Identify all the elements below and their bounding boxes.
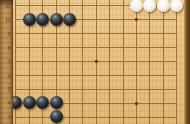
- board-cell-L7[interactable]: [143, 55, 156, 69]
- board-cell-H7[interactable]: [103, 55, 116, 69]
- grid-line-v: [15, 68, 16, 82]
- board-cell-J11[interactable]: [116, 0, 129, 13]
- grid-line-v: [176, 13, 177, 27]
- board-cell-E9[interactable]: [63, 27, 76, 41]
- board-cell-G6[interactable]: [90, 68, 103, 82]
- go-app-screenshot: 11109876543: [0, 0, 190, 124]
- grid-line-v: [123, 82, 124, 96]
- grid-line-v: [29, 0, 30, 13]
- grid-line-v: [149, 82, 150, 96]
- board-cell-C9[interactable]: [36, 27, 49, 41]
- board-cell-L4[interactable]: [143, 96, 156, 110]
- grid-line-h: [16, 5, 23, 6]
- grid-line-v: [29, 82, 30, 96]
- board-cell-K7[interactable]: [130, 55, 143, 69]
- board-cell-K5[interactable]: [130, 82, 143, 96]
- board-cell-B8[interactable]: [23, 41, 36, 55]
- grid-line-v: [176, 96, 177, 110]
- grid-line-v: [82, 110, 83, 124]
- board-cell-G9[interactable]: [90, 27, 103, 41]
- board-cell-F6[interactable]: [76, 68, 89, 82]
- board-cell-D8[interactable]: [49, 41, 62, 55]
- board-cell-J7[interactable]: [116, 55, 129, 69]
- grid-line-h: [16, 33, 23, 34]
- board-cell-L11[interactable]: [143, 0, 156, 13]
- board-cell-H5[interactable]: [103, 82, 116, 96]
- black-stone-E10: [63, 13, 76, 26]
- board-cell-F4[interactable]: [76, 96, 89, 110]
- black-stone-B4: [23, 96, 36, 109]
- board-cell-H3[interactable]: [103, 110, 116, 124]
- board-cell-E4[interactable]: [63, 96, 76, 110]
- board-cell-N8[interactable]: [170, 41, 183, 55]
- board-cell-D10[interactable]: [49, 13, 62, 27]
- grid-line-v: [56, 68, 57, 82]
- row-coordinate-label: 5: [8, 87, 11, 92]
- black-stone-B10: [23, 13, 36, 26]
- board-cell-K4[interactable]: [130, 96, 143, 110]
- black-stone-C10: [36, 13, 49, 26]
- board-cell-M10[interactable]: [157, 13, 170, 27]
- board-cell-C7[interactable]: [36, 55, 49, 69]
- grid-line-v: [176, 41, 177, 55]
- board-cell-N4[interactable]: [170, 96, 183, 110]
- board-cell-H9[interactable]: [103, 27, 116, 41]
- white-stone-N11: [170, 0, 183, 12]
- grid-line-h: [16, 47, 23, 48]
- board-cell-M11[interactable]: [157, 0, 170, 13]
- grid-line-v: [29, 55, 30, 69]
- grid-line-v: [136, 41, 137, 55]
- board-cell-J6[interactable]: [116, 68, 129, 82]
- board-cell-B10[interactable]: [23, 13, 36, 27]
- board-cell-N11[interactable]: [170, 0, 183, 13]
- grid-line-h: [16, 75, 23, 76]
- grid-line-v: [136, 55, 137, 69]
- board-cell-J9[interactable]: [116, 27, 129, 41]
- board-cell-D9[interactable]: [49, 27, 62, 41]
- grid-line-v: [69, 96, 70, 110]
- grid-line-v: [82, 68, 83, 82]
- board-cell-C10[interactable]: [36, 13, 49, 27]
- board-cell-L8[interactable]: [143, 41, 156, 55]
- grid-line-v: [109, 13, 110, 27]
- grid-line-v: [69, 82, 70, 96]
- board-cell-N7[interactable]: [170, 55, 183, 69]
- board-cell-H10[interactable]: [103, 13, 116, 27]
- grid-line-v: [136, 68, 137, 82]
- board-cell-J5[interactable]: [116, 82, 129, 96]
- board-cell-N5[interactable]: [170, 82, 183, 96]
- grid-line-v: [82, 96, 83, 110]
- grid-line-v: [149, 41, 150, 55]
- row-coordinate-label: 4: [8, 101, 11, 106]
- board-cell-L9[interactable]: [143, 27, 156, 41]
- grid-line-v: [15, 13, 16, 27]
- board-right-edge: [184, 0, 190, 124]
- grid-line-v: [15, 41, 16, 55]
- grid-line-v: [56, 55, 57, 69]
- grid-line-v: [163, 27, 164, 41]
- grid-line-v: [149, 55, 150, 69]
- grid-line-v: [96, 27, 97, 41]
- grid-line-v: [15, 55, 16, 69]
- board-cell-N3[interactable]: [170, 110, 183, 124]
- grid-line-v: [29, 68, 30, 82]
- board-cell-E3[interactable]: [63, 110, 76, 124]
- board-cell-D6[interactable]: [49, 68, 62, 82]
- board-cell-D11[interactable]: [49, 0, 62, 13]
- board-cell-C11[interactable]: [36, 0, 49, 13]
- grid-line-v: [69, 41, 70, 55]
- board-cell-N6[interactable]: [170, 68, 183, 82]
- grid-line-v: [56, 27, 57, 41]
- grid-line-v: [29, 27, 30, 41]
- hoshi-dot: [95, 60, 98, 63]
- grid-line-v: [109, 55, 110, 69]
- board-cell-F7[interactable]: [76, 55, 89, 69]
- grid-line-v: [82, 27, 83, 41]
- grid-line-v: [96, 82, 97, 96]
- board-cell-F3[interactable]: [76, 110, 89, 124]
- grid-line-v: [149, 110, 150, 124]
- grid-line-v: [15, 0, 16, 13]
- hoshi-dot: [135, 102, 138, 105]
- grid-line-v: [69, 68, 70, 82]
- board-cell-B3[interactable]: [23, 110, 36, 124]
- board-cell-D5[interactable]: [49, 82, 62, 96]
- grid-line-v: [56, 41, 57, 55]
- board-cell-N10[interactable]: [170, 13, 183, 27]
- board-cell-E10[interactable]: [63, 13, 76, 27]
- board-cell-K9[interactable]: [130, 27, 143, 41]
- board-cell-N9[interactable]: [170, 27, 183, 41]
- row-coordinate-label: 3: [8, 115, 11, 120]
- grid-line-v: [163, 55, 164, 69]
- board-cell-J10[interactable]: [116, 13, 129, 27]
- hoshi-dot: [135, 18, 138, 21]
- grid-line-v: [42, 110, 43, 124]
- grid-line-v: [96, 96, 97, 110]
- board-cell-D4[interactable]: [49, 96, 62, 110]
- grid-line-v: [15, 110, 16, 124]
- board-cell-M3[interactable]: [157, 110, 170, 124]
- row-coordinate-label: 11: [5, 4, 10, 9]
- board-cell-L5[interactable]: [143, 82, 156, 96]
- board-cell-B7[interactable]: [23, 55, 36, 69]
- grid-line-v: [96, 110, 97, 124]
- board-cell-B6[interactable]: [23, 68, 36, 82]
- board-cell-F11[interactable]: [76, 0, 89, 13]
- grid-line-v: [123, 13, 124, 27]
- row-coordinate-label: 6: [8, 73, 11, 78]
- grid-line-v: [123, 96, 124, 110]
- grid-line-v: [69, 0, 70, 13]
- board-cell-G10[interactable]: [90, 13, 103, 27]
- grid-line-v: [123, 110, 124, 124]
- grid-line-v: [56, 82, 57, 96]
- board-cell-J8[interactable]: [116, 41, 129, 55]
- board-cell-B4[interactable]: [23, 96, 36, 110]
- black-stone-D3: [50, 110, 63, 123]
- grid-line-h: [16, 117, 23, 118]
- grid-line-v: [82, 55, 83, 69]
- board-cell-H4[interactable]: [103, 96, 116, 110]
- board-cell-K3[interactable]: [130, 110, 143, 124]
- grid-line-v: [176, 68, 177, 82]
- board-cell-M8[interactable]: [157, 41, 170, 55]
- board-cell-L10[interactable]: [143, 13, 156, 27]
- grid-line-v: [136, 82, 137, 96]
- board-cell-D7[interactable]: [49, 55, 62, 69]
- board-cell-H8[interactable]: [103, 41, 116, 55]
- board-cell-F10[interactable]: [76, 13, 89, 27]
- board-grid: [9, 0, 183, 124]
- board-cell-C8[interactable]: [36, 41, 49, 55]
- grid-line-v: [123, 55, 124, 69]
- board-cell-C3[interactable]: [36, 110, 49, 124]
- grid-line-v: [176, 55, 177, 69]
- board-cell-M5[interactable]: [157, 82, 170, 96]
- board-cell-J3[interactable]: [116, 110, 129, 124]
- board-cell-C6[interactable]: [36, 68, 49, 82]
- black-stone-D4: [50, 96, 63, 109]
- grid-line-v: [109, 82, 110, 96]
- grid-line-v: [163, 41, 164, 55]
- grid-line-v: [109, 41, 110, 55]
- grid-line-v: [69, 27, 70, 41]
- grid-line-h: [16, 61, 23, 62]
- board-cell-M6[interactable]: [157, 68, 170, 82]
- grid-line-v: [82, 41, 83, 55]
- grid-line-v: [96, 68, 97, 82]
- grid-line-v: [82, 82, 83, 96]
- grid-line-v: [15, 82, 16, 96]
- grid-line-v: [42, 0, 43, 13]
- grid-line-v: [123, 0, 124, 13]
- board-cell-G11[interactable]: [90, 0, 103, 13]
- board-cell-L6[interactable]: [143, 68, 156, 82]
- grid-line-v: [176, 110, 177, 124]
- grid-line-v: [56, 0, 57, 13]
- grid-line-v: [176, 82, 177, 96]
- grid-line-v: [163, 96, 164, 110]
- grid-line-v: [163, 13, 164, 27]
- board-cell-G8[interactable]: [90, 41, 103, 55]
- grid-line-v: [163, 68, 164, 82]
- grid-line-v: [136, 110, 137, 124]
- grid-line-v: [42, 82, 43, 96]
- grid-line-v: [82, 0, 83, 13]
- board-cell-E5[interactable]: [63, 82, 76, 96]
- board-cell-D3[interactable]: [49, 110, 62, 124]
- white-stone-M11: [157, 0, 170, 12]
- board-cell-E11[interactable]: [63, 0, 76, 13]
- board-cell-G4[interactable]: [90, 96, 103, 110]
- board-cell-G5[interactable]: [90, 82, 103, 96]
- grid-line-v: [109, 0, 110, 13]
- grid-line-v: [29, 41, 30, 55]
- board-cell-H6[interactable]: [103, 68, 116, 82]
- board-cell-E8[interactable]: [63, 41, 76, 55]
- board-cell-H11[interactable]: [103, 0, 116, 13]
- board-cell-K8[interactable]: [130, 41, 143, 55]
- grid-line-v: [149, 96, 150, 110]
- grid-line-v: [29, 110, 30, 124]
- board-cell-B9[interactable]: [23, 27, 36, 41]
- grid-line-v: [42, 27, 43, 41]
- board-cell-E6[interactable]: [63, 68, 76, 82]
- grid-line-h: [16, 19, 23, 20]
- grid-line-v: [69, 110, 70, 124]
- row-coordinate-strip: 11109876543: [0, 0, 13, 124]
- grid-line-v: [42, 41, 43, 55]
- grid-line-h: [16, 89, 23, 90]
- row-coordinate-label: 10: [5, 17, 11, 22]
- grid-line-v: [96, 41, 97, 55]
- board-cell-J4[interactable]: [116, 96, 129, 110]
- grid-line-v: [149, 27, 150, 41]
- board-cell-G7[interactable]: [90, 55, 103, 69]
- grid-line-v: [109, 96, 110, 110]
- grid-line-v: [123, 27, 124, 41]
- row-coordinate-label: 7: [8, 59, 11, 64]
- board-cell-C4[interactable]: [36, 96, 49, 110]
- grid-line-v: [69, 55, 70, 69]
- grid-line-v: [109, 68, 110, 82]
- grid-line-v: [82, 13, 83, 27]
- board-cell-G3[interactable]: [90, 110, 103, 124]
- grid-line-v: [15, 27, 16, 41]
- grid-line-v: [109, 110, 110, 124]
- grid-line-v: [123, 41, 124, 55]
- board-cell-L3[interactable]: [143, 110, 156, 124]
- grid-line-v: [109, 27, 110, 41]
- grid-line-v: [176, 27, 177, 41]
- black-stone-C4: [36, 96, 49, 109]
- grid-line-v: [149, 13, 150, 27]
- row-coordinate-label: 8: [8, 45, 11, 50]
- grid-line-v: [163, 110, 164, 124]
- white-stone-K11: [130, 0, 143, 12]
- board-cell-M7[interactable]: [157, 55, 170, 69]
- grid-line-v: [42, 55, 43, 69]
- board-cell-B5[interactable]: [23, 82, 36, 96]
- black-stone-D10: [50, 13, 63, 26]
- white-stone-L11: [143, 0, 156, 12]
- grid-line-v: [163, 82, 164, 96]
- board-cell-C5[interactable]: [36, 82, 49, 96]
- row-coordinate-label: 9: [8, 31, 11, 36]
- board-cell-K11[interactable]: [130, 0, 143, 13]
- board-cell-E7[interactable]: [63, 55, 76, 69]
- board-cell-K6[interactable]: [130, 68, 143, 82]
- board-cell-B11[interactable]: [23, 0, 36, 13]
- board-cell-F8[interactable]: [76, 41, 89, 55]
- grid-line-v: [149, 68, 150, 82]
- grid-line-v: [42, 68, 43, 82]
- grid-line-v: [96, 0, 97, 13]
- board-cell-K10[interactable]: [130, 13, 143, 27]
- grid-line-v: [123, 68, 124, 82]
- board-cell-M4[interactable]: [157, 96, 170, 110]
- grid-line-v: [136, 27, 137, 41]
- board-cell-F9[interactable]: [76, 27, 89, 41]
- board-cell-M9[interactable]: [157, 27, 170, 41]
- board-cell-F5[interactable]: [76, 82, 89, 96]
- grid-line-v: [96, 13, 97, 27]
